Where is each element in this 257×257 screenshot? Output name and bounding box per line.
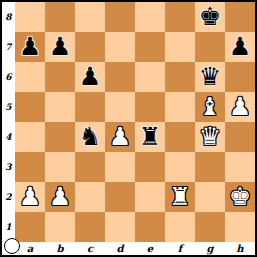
square-f3[interactable]	[165, 152, 195, 182]
square-h5[interactable]: ♟	[225, 92, 255, 122]
piece-white-pawn[interactable]: ♟	[229, 92, 251, 122]
square-a5[interactable]	[15, 92, 45, 122]
piece-white-pawn[interactable]: ♟	[109, 122, 131, 152]
square-b4[interactable]	[45, 122, 75, 152]
square-b8[interactable]	[45, 2, 75, 32]
square-b5[interactable]	[45, 92, 75, 122]
piece-black-pawn[interactable]: ♟	[229, 32, 251, 62]
piece-black-pawn[interactable]: ♟	[19, 32, 41, 62]
square-c4[interactable]: ♞	[75, 122, 105, 152]
piece-white-bishop[interactable]: ♝	[199, 92, 221, 122]
square-d3[interactable]	[105, 152, 135, 182]
square-b3[interactable]	[45, 152, 75, 182]
piece-white-rook[interactable]: ♜	[169, 182, 191, 212]
square-b2[interactable]: ♟	[45, 182, 75, 212]
file-labels: abcdefgh	[15, 242, 255, 255]
square-g2[interactable]	[195, 182, 225, 212]
square-e3[interactable]	[135, 152, 165, 182]
square-h2[interactable]: ♚	[225, 182, 255, 212]
square-b7[interactable]: ♟	[45, 32, 75, 62]
rank-label-2: 2	[2, 182, 15, 212]
rank-label-3: 3	[2, 152, 15, 182]
square-a7[interactable]: ♟	[15, 32, 45, 62]
square-c5[interactable]	[75, 92, 105, 122]
square-c7[interactable]	[75, 32, 105, 62]
square-d5[interactable]	[105, 92, 135, 122]
square-g4[interactable]: ♛	[195, 122, 225, 152]
rank-label-5: 5	[2, 92, 15, 122]
square-d1[interactable]	[105, 212, 135, 242]
square-b1[interactable]	[45, 212, 75, 242]
square-e4[interactable]: ♜	[135, 122, 165, 152]
square-f1[interactable]	[165, 212, 195, 242]
file-label-d: d	[105, 242, 135, 255]
piece-white-queen[interactable]: ♛	[199, 122, 221, 152]
square-h4[interactable]	[225, 122, 255, 152]
square-e7[interactable]	[135, 32, 165, 62]
rank-label-4: 4	[2, 122, 15, 152]
square-e2[interactable]	[135, 182, 165, 212]
square-a2[interactable]: ♟	[15, 182, 45, 212]
piece-black-pawn[interactable]: ♟	[49, 32, 71, 62]
square-a6[interactable]	[15, 62, 45, 92]
piece-black-pawn[interactable]: ♟	[79, 62, 101, 92]
chess-diagram: 87654321 ♚♟♟♟♟♛♝♟♞♟♜♛♟♟♜♚ abcdefgh	[0, 0, 257, 257]
square-c1[interactable]	[75, 212, 105, 242]
square-g1[interactable]	[195, 212, 225, 242]
square-a3[interactable]	[15, 152, 45, 182]
square-e1[interactable]	[135, 212, 165, 242]
square-h3[interactable]	[225, 152, 255, 182]
square-h8[interactable]	[225, 2, 255, 32]
square-h1[interactable]	[225, 212, 255, 242]
square-f2[interactable]: ♜	[165, 182, 195, 212]
piece-black-knight[interactable]: ♞	[79, 122, 101, 152]
square-a8[interactable]	[15, 2, 45, 32]
piece-black-queen[interactable]: ♛	[199, 62, 221, 92]
square-g5[interactable]: ♝	[195, 92, 225, 122]
square-g3[interactable]	[195, 152, 225, 182]
rank-label-7: 7	[2, 32, 15, 62]
file-label-h: h	[225, 242, 255, 255]
board: ♚♟♟♟♟♛♝♟♞♟♜♛♟♟♜♚	[15, 2, 255, 242]
white-to-move-indicator	[4, 238, 20, 254]
square-e5[interactable]	[135, 92, 165, 122]
file-label-f: f	[165, 242, 195, 255]
square-h7[interactable]: ♟	[225, 32, 255, 62]
piece-black-rook[interactable]: ♜	[139, 122, 161, 152]
rank-labels: 87654321	[2, 2, 15, 242]
square-g8[interactable]: ♚	[195, 2, 225, 32]
square-f7[interactable]	[165, 32, 195, 62]
square-f8[interactable]	[165, 2, 195, 32]
rank-label-6: 6	[2, 62, 15, 92]
square-d8[interactable]	[105, 2, 135, 32]
square-e8[interactable]	[135, 2, 165, 32]
square-g7[interactable]	[195, 32, 225, 62]
square-c8[interactable]	[75, 2, 105, 32]
square-a1[interactable]	[15, 212, 45, 242]
square-e6[interactable]	[135, 62, 165, 92]
square-d7[interactable]	[105, 32, 135, 62]
square-f6[interactable]	[165, 62, 195, 92]
square-d6[interactable]	[105, 62, 135, 92]
piece-white-pawn[interactable]: ♟	[19, 182, 41, 212]
square-f5[interactable]	[165, 92, 195, 122]
square-a4[interactable]	[15, 122, 45, 152]
square-f4[interactable]	[165, 122, 195, 152]
square-b6[interactable]	[45, 62, 75, 92]
square-d4[interactable]: ♟	[105, 122, 135, 152]
square-h6[interactable]	[225, 62, 255, 92]
square-d2[interactable]	[105, 182, 135, 212]
piece-white-king[interactable]: ♚	[229, 182, 251, 212]
file-label-g: g	[195, 242, 225, 255]
square-c6[interactable]: ♟	[75, 62, 105, 92]
file-label-b: b	[45, 242, 75, 255]
square-g6[interactable]: ♛	[195, 62, 225, 92]
square-c3[interactable]	[75, 152, 105, 182]
file-label-e: e	[135, 242, 165, 255]
rank-label-8: 8	[2, 2, 15, 32]
piece-white-pawn[interactable]: ♟	[49, 182, 71, 212]
piece-black-king[interactable]: ♚	[199, 2, 221, 32]
square-c2[interactable]	[75, 182, 105, 212]
file-label-c: c	[75, 242, 105, 255]
